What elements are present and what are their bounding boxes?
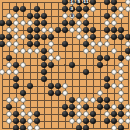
- black-stone: [111, 27, 118, 34]
- grid-line-horizontal: [2, 72, 129, 73]
- black-stone: [104, 27, 111, 34]
- black-stone: [125, 34, 130, 41]
- black-stone: [111, 0, 118, 5]
- white-stone: [62, 13, 69, 20]
- black-stone: 5: [76, 0, 83, 5]
- white-stone: [20, 34, 27, 41]
- white-stone: [83, 111, 90, 118]
- black-stone: [62, 20, 69, 27]
- black-stone: [83, 118, 90, 125]
- white-stone: [13, 13, 20, 20]
- white-stone: [6, 62, 13, 69]
- black-stone: [90, 0, 97, 5]
- white-stone: [111, 48, 118, 55]
- black-stone: [69, 111, 76, 118]
- black-stone: [34, 6, 41, 13]
- black-stone: [34, 118, 41, 125]
- white-stone: [111, 83, 118, 90]
- white-stone: [55, 55, 62, 62]
- black-stone: [83, 125, 90, 130]
- black-stone: [83, 20, 90, 27]
- black-stone: [48, 83, 55, 90]
- black-stone: [62, 111, 69, 118]
- black-stone: [83, 41, 90, 48]
- white-stone: [48, 48, 55, 55]
- move-number-label: 11: [83, 0, 89, 4]
- white-stone: [97, 90, 104, 97]
- black-stone: [55, 90, 62, 97]
- white-stone: [13, 27, 20, 34]
- black-stone: [6, 104, 13, 111]
- black-stone: [118, 34, 125, 41]
- black-stone: [118, 27, 125, 34]
- black-stone: [69, 97, 76, 104]
- black-stone: [41, 20, 48, 27]
- white-stone: [83, 97, 90, 104]
- move-number-label: 8: [71, 14, 74, 18]
- white-stone: [20, 97, 27, 104]
- black-stone: [20, 90, 27, 97]
- black-stone: [104, 83, 111, 90]
- hoshi-point: [106, 64, 108, 66]
- white-stone: [104, 20, 111, 27]
- white-stone: [13, 97, 20, 104]
- black-stone: [111, 118, 118, 125]
- black-stone: [6, 55, 13, 62]
- white-stone: [118, 62, 125, 69]
- white-stone: [41, 27, 48, 34]
- white-stone: [27, 111, 34, 118]
- white-stone: [76, 118, 83, 125]
- white-stone: [27, 20, 34, 27]
- move-number-label: 5: [78, 0, 81, 4]
- black-stone: [62, 27, 69, 34]
- black-stone: [111, 34, 118, 41]
- white-stone: [90, 41, 97, 48]
- black-stone: [90, 118, 97, 125]
- black-stone: [13, 125, 20, 130]
- black-stone: [76, 125, 83, 130]
- black-stone: [0, 20, 5, 27]
- white-stone: [90, 97, 97, 104]
- white-stone: [125, 41, 130, 48]
- white-stone: [83, 48, 90, 55]
- white-stone: [125, 55, 130, 62]
- white-stone: [20, 62, 27, 69]
- white-stone: [125, 118, 130, 125]
- black-stone: [13, 6, 20, 13]
- black-stone: [104, 97, 111, 104]
- white-stone: [0, 69, 5, 76]
- white-stone: [13, 41, 20, 48]
- black-stone: [125, 48, 130, 55]
- white-stone: [104, 111, 111, 118]
- black-stone: [0, 41, 5, 48]
- white-stone: [6, 27, 13, 34]
- white-stone: [125, 6, 130, 13]
- white-stone: [6, 41, 13, 48]
- white-stone: [6, 13, 13, 20]
- black-stone: [83, 27, 90, 34]
- black-stone: [27, 27, 34, 34]
- black-stone: [90, 27, 97, 34]
- black-stone: [90, 34, 97, 41]
- white-stone: [48, 55, 55, 62]
- white-stone: [76, 27, 83, 34]
- white-stone: [111, 69, 118, 76]
- black-stone: [97, 104, 104, 111]
- black-stone: [55, 27, 62, 34]
- black-stone: [76, 13, 83, 20]
- white-stone: [118, 90, 125, 97]
- black-stone: [76, 6, 83, 13]
- black-stone: 11: [83, 0, 90, 5]
- white-stone: [97, 41, 104, 48]
- black-stone: [13, 83, 20, 90]
- white-stone: [90, 48, 97, 55]
- white-stone: [83, 13, 90, 20]
- white-stone: [111, 13, 118, 20]
- black-stone: [97, 97, 104, 104]
- white-stone: [90, 6, 97, 13]
- black-stone: [62, 41, 69, 48]
- white-stone: [125, 104, 130, 111]
- black-stone: [69, 104, 76, 111]
- white-stone: [6, 97, 13, 104]
- black-stone: [6, 34, 13, 41]
- black-stone: [27, 34, 34, 41]
- white-stone: [83, 34, 90, 41]
- white-stone: [104, 41, 111, 48]
- white-stone: [76, 34, 83, 41]
- white-stone: [69, 27, 76, 34]
- black-stone: [48, 34, 55, 41]
- white-stone: [20, 104, 27, 111]
- black-stone: [34, 111, 41, 118]
- black-stone: [41, 76, 48, 83]
- go-board[interactable]: 1651138: [0, 0, 130, 130]
- white-stone: [48, 27, 55, 34]
- black-stone: [0, 34, 5, 41]
- black-stone: [83, 104, 90, 111]
- white-stone: [13, 20, 20, 27]
- black-stone: [97, 55, 104, 62]
- black-stone: [118, 104, 125, 111]
- black-stone: [48, 62, 55, 69]
- white-stone: [111, 20, 118, 27]
- black-stone: [34, 13, 41, 20]
- white-stone: [62, 90, 69, 97]
- black-stone: [111, 6, 118, 13]
- black-stone: [20, 6, 27, 13]
- white-stone: [27, 125, 34, 130]
- white-stone: [118, 13, 125, 20]
- white-stone: [76, 97, 83, 104]
- white-stone: [27, 118, 34, 125]
- black-stone: [13, 76, 20, 83]
- black-stone: [41, 48, 48, 55]
- black-stone: [104, 76, 111, 83]
- white-stone: [34, 48, 41, 55]
- black-stone: [6, 20, 13, 27]
- white-stone: [13, 69, 20, 76]
- white-stone: [118, 83, 125, 90]
- white-stone: [118, 69, 125, 76]
- white-stone: 8: [69, 13, 76, 20]
- black-stone: [13, 118, 20, 125]
- black-stone: [97, 62, 104, 69]
- black-stone: [27, 13, 34, 20]
- black-stone: [20, 118, 27, 125]
- white-stone: [76, 20, 83, 27]
- black-stone: [48, 90, 55, 97]
- black-stone: [62, 6, 69, 13]
- white-stone: [62, 83, 69, 90]
- black-stone: [55, 83, 62, 90]
- black-stone: [34, 34, 41, 41]
- black-stone: [111, 111, 118, 118]
- white-stone: [125, 111, 130, 118]
- white-stone: [20, 20, 27, 27]
- black-stone: [69, 62, 76, 69]
- white-stone: [13, 34, 20, 41]
- black-stone: [104, 118, 111, 125]
- white-stone: [118, 97, 125, 104]
- white-stone: [27, 48, 34, 55]
- black-stone: [41, 55, 48, 62]
- black-stone: [83, 6, 90, 13]
- black-stone: [13, 62, 20, 69]
- white-stone: [34, 125, 41, 130]
- move-number-label: 3: [71, 7, 74, 11]
- black-stone: [104, 0, 111, 5]
- white-stone: [76, 104, 83, 111]
- black-stone: [62, 104, 69, 111]
- black-stone: [69, 20, 76, 27]
- black-stone: [104, 13, 111, 20]
- black-stone: [41, 62, 48, 69]
- black-stone: [118, 125, 125, 130]
- grid-line-vertical: [93, 2, 94, 129]
- white-stone: [118, 76, 125, 83]
- black-stone: [62, 0, 69, 5]
- white-stone: [13, 48, 20, 55]
- white-stone: [104, 34, 111, 41]
- white-stone: [6, 69, 13, 76]
- white-stone: [118, 6, 125, 13]
- white-stone: [6, 118, 13, 125]
- black-stone: [118, 111, 125, 118]
- white-stone: [20, 111, 27, 118]
- black-stone: [27, 41, 34, 48]
- black-stone: 3: [69, 6, 76, 13]
- black-stone: [104, 55, 111, 62]
- black-stone: [41, 69, 48, 76]
- white-stone: [6, 111, 13, 118]
- white-stone: [69, 118, 76, 125]
- white-stone: 16: [69, 0, 76, 5]
- move-number-label: 16: [69, 0, 75, 4]
- white-stone: [125, 0, 130, 5]
- white-stone: [118, 118, 125, 125]
- black-stone: [41, 34, 48, 41]
- black-stone: [27, 83, 34, 90]
- black-stone: [41, 13, 48, 20]
- white-stone: [48, 41, 55, 48]
- black-stone: [118, 55, 125, 62]
- black-stone: [20, 125, 27, 130]
- white-stone: [76, 111, 83, 118]
- black-stone: [34, 41, 41, 48]
- black-stone: [34, 20, 41, 27]
- hoshi-point: [64, 64, 66, 66]
- black-stone: [90, 111, 97, 118]
- white-stone: [111, 104, 118, 111]
- white-stone: [20, 48, 27, 55]
- black-stone: [104, 104, 111, 111]
- black-stone: [83, 69, 90, 76]
- black-stone: [13, 111, 20, 118]
- white-stone: [111, 125, 118, 130]
- black-stone: [34, 27, 41, 34]
